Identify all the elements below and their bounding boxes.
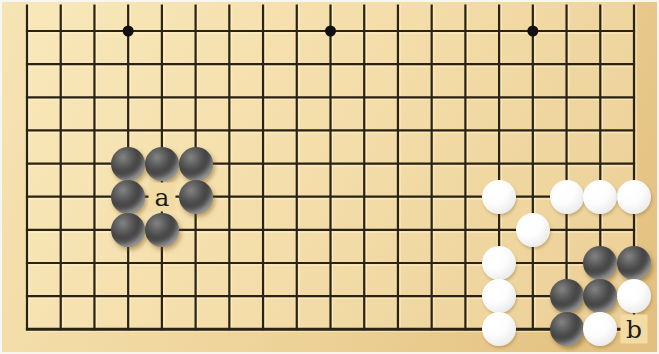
point-label-a: a [148,182,175,211]
white-stone [482,312,516,346]
black-stone [145,147,179,181]
point-label-b: b [620,315,647,344]
black-stone [550,312,584,346]
white-stone [617,180,651,214]
black-stone [111,180,145,214]
black-stone [179,147,213,181]
white-stone [617,279,651,313]
black-stone [617,246,651,280]
white-stone [516,213,550,247]
black-stone [111,213,145,247]
white-stone [550,180,584,214]
black-stone [583,246,617,280]
black-stone [550,279,584,313]
white-stone [583,312,617,346]
black-stone [179,180,213,214]
hoshi-star-point [123,26,134,37]
go-problem-diagram: ab [0,0,659,354]
go-board: ab [2,2,657,352]
black-stone [145,213,179,247]
hoshi-star-point [527,26,538,37]
white-stone [583,180,617,214]
black-stone [111,147,145,181]
white-stone [482,246,516,280]
hoshi-star-point [325,26,336,37]
white-stone [482,279,516,313]
black-stone [583,279,617,313]
white-stone [482,180,516,214]
